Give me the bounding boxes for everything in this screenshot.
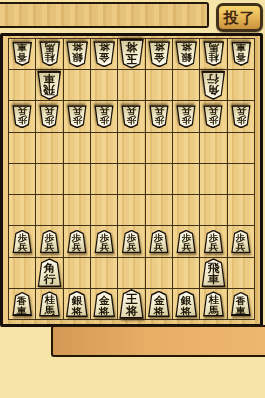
shogi-piece[interactable]: 香車 xyxy=(12,42,32,66)
piece-kanji: 車 xyxy=(208,274,220,285)
board-cell[interactable]: 香車 xyxy=(9,39,35,69)
board-cell[interactable] xyxy=(9,133,35,163)
piece-body: 香車 xyxy=(231,292,251,316)
shogi-piece[interactable]: 歩兵 xyxy=(176,230,196,253)
piece-kanji: 兵 xyxy=(127,243,137,252)
piece-kanji: 将 xyxy=(125,41,137,53)
board-cell[interactable] xyxy=(91,195,117,225)
piece-body: 金将 xyxy=(93,41,116,67)
piece-kanji: 馬 xyxy=(44,42,54,52)
board-cell[interactable] xyxy=(64,195,90,225)
shogi-piece[interactable]: 歩兵 xyxy=(39,230,59,253)
piece-face: 桂馬 xyxy=(204,43,223,65)
piece-kanji: 歩 xyxy=(209,115,219,124)
piece-face: 歩兵 xyxy=(178,231,195,251)
board-cell[interactable]: 銀将 xyxy=(173,289,199,319)
piece-body: 金将 xyxy=(148,291,171,317)
board-grid: 香車桂馬銀将金将玉将金将銀将桂馬香車飛車角行歩兵歩兵歩兵歩兵歩兵歩兵歩兵歩兵歩兵… xyxy=(8,38,255,320)
board-cell[interactable] xyxy=(91,164,117,194)
piece-kanji: 香 xyxy=(236,52,246,62)
piece-kanji: 銀 xyxy=(181,52,192,63)
piece-kanji: 兵 xyxy=(99,106,109,115)
board-cell[interactable] xyxy=(118,195,144,225)
piece-kanji: 飛 xyxy=(44,84,56,95)
shogi-piece[interactable]: 桂馬 xyxy=(39,41,61,66)
piece-face: 歩兵 xyxy=(68,106,85,126)
board-cell[interactable]: 角行 xyxy=(200,70,226,100)
piece-face: 香車 xyxy=(232,44,249,65)
piece-body: 歩兵 xyxy=(39,230,59,253)
board-cell[interactable] xyxy=(9,258,35,288)
piece-face: 歩兵 xyxy=(14,106,31,126)
piece-face: 歩兵 xyxy=(123,106,140,126)
board-cell[interactable]: 桂馬 xyxy=(200,39,226,69)
piece-body: 歩兵 xyxy=(67,230,87,253)
piece-kanji: 将 xyxy=(99,42,110,53)
board-cell[interactable]: 桂馬 xyxy=(200,289,226,319)
board-cell[interactable]: 玉将 xyxy=(118,39,144,69)
piece-face: 歩兵 xyxy=(41,231,58,251)
board-cell[interactable] xyxy=(36,195,62,225)
board-cell[interactable]: 歩兵 xyxy=(228,226,254,256)
piece-kanji: 兵 xyxy=(236,106,246,115)
piece-body: 歩兵 xyxy=(94,230,114,253)
board-cell[interactable]: 金将 xyxy=(146,39,172,69)
board-cell[interactable]: 歩兵 xyxy=(9,226,35,256)
piece-kanji: 将 xyxy=(181,42,192,53)
piece-body: 歩兵 xyxy=(231,105,251,128)
piece-face: 歩兵 xyxy=(232,231,249,251)
piece-body: 桂馬 xyxy=(39,291,61,316)
shogi-app: { "game": "shogi", "position": { "sfen":… xyxy=(0,0,265,398)
piece-face: 金将 xyxy=(94,42,114,65)
piece-kanji: 馬 xyxy=(208,42,218,52)
piece-kanji: 兵 xyxy=(17,243,27,252)
piece-face: 銀将 xyxy=(176,292,196,315)
piece-face: 玉将 xyxy=(120,41,142,68)
piece-kanji: 将 xyxy=(153,306,164,317)
piece-face: 飛車 xyxy=(203,260,225,286)
piece-face: 歩兵 xyxy=(96,106,113,126)
piece-face: 歩兵 xyxy=(205,231,222,251)
piece-body: 歩兵 xyxy=(67,105,87,128)
piece-kanji: 兵 xyxy=(181,106,191,115)
shogi-piece[interactable]: 銀将 xyxy=(66,291,89,317)
board-cell[interactable]: 桂馬 xyxy=(36,289,62,319)
board-cell[interactable]: 歩兵 xyxy=(146,226,172,256)
shogi-piece[interactable]: 角行 xyxy=(201,71,226,100)
shogi-piece[interactable]: 歩兵 xyxy=(39,105,59,128)
piece-body: 香車 xyxy=(12,292,32,316)
shogi-piece[interactable]: 飛車 xyxy=(201,258,226,287)
shogi-piece[interactable]: 歩兵 xyxy=(231,105,251,128)
board-cell[interactable] xyxy=(118,164,144,194)
board-cell[interactable] xyxy=(173,70,199,100)
piece-face: 歩兵 xyxy=(150,231,167,251)
piece-body: 桂馬 xyxy=(203,291,225,316)
piece-body: 歩兵 xyxy=(12,230,32,253)
shogi-piece[interactable]: 香車 xyxy=(231,42,251,66)
board-cell[interactable]: 金将 xyxy=(91,289,117,319)
piece-kanji: 兵 xyxy=(181,243,191,252)
board-cell[interactable] xyxy=(200,133,226,163)
piece-kanji: 将 xyxy=(71,42,82,53)
piece-kanji: 将 xyxy=(181,306,192,317)
piece-body: 歩兵 xyxy=(231,230,251,253)
piece-face: 王将 xyxy=(120,291,142,318)
board-cell[interactable] xyxy=(9,195,35,225)
piece-body: 角行 xyxy=(37,258,62,287)
board-cell[interactable] xyxy=(228,164,254,194)
shogi-piece[interactable]: 歩兵 xyxy=(67,105,87,128)
piece-face: 桂馬 xyxy=(40,293,59,315)
piece-face: 歩兵 xyxy=(150,106,167,126)
board-cell[interactable]: 歩兵 xyxy=(173,226,199,256)
piece-face: 香車 xyxy=(13,44,30,65)
piece-kanji: 兵 xyxy=(154,106,164,115)
piece-kanji: 金 xyxy=(99,52,110,63)
shogi-piece[interactable]: 歩兵 xyxy=(176,105,196,128)
piece-body: 玉将 xyxy=(119,39,144,69)
piece-face: 歩兵 xyxy=(232,106,249,126)
piece-face: 飛車 xyxy=(39,72,61,98)
shogi-piece[interactable]: 歩兵 xyxy=(149,105,169,128)
shogi-piece[interactable]: 歩兵 xyxy=(203,105,223,128)
board-cell[interactable] xyxy=(118,133,144,163)
piece-body: 香車 xyxy=(12,42,32,66)
piece-kanji: 金 xyxy=(153,52,164,63)
piece-face: 銀将 xyxy=(176,42,196,65)
piece-kanji: 角 xyxy=(208,84,220,95)
piece-face: 歩兵 xyxy=(41,106,58,126)
piece-kanji: 玉 xyxy=(125,52,137,64)
piece-body: 桂馬 xyxy=(39,41,61,66)
board-cell[interactable]: 歩兵 xyxy=(173,101,199,131)
piece-kanji: 馬 xyxy=(208,306,218,316)
gote-piece-stand[interactable] xyxy=(0,2,209,28)
piece-body: 桂馬 xyxy=(203,41,225,66)
piece-body: 歩兵 xyxy=(121,230,141,253)
shogi-piece[interactable]: 歩兵 xyxy=(94,230,114,253)
shogi-piece[interactable]: 金将 xyxy=(93,41,116,67)
piece-kanji: 兵 xyxy=(154,243,164,252)
piece-body: 歩兵 xyxy=(203,105,223,128)
board-cell[interactable]: 歩兵 xyxy=(36,101,62,131)
board-cell[interactable] xyxy=(91,70,117,100)
board-cell[interactable] xyxy=(146,164,172,194)
board-cell[interactable]: 歩兵 xyxy=(118,101,144,131)
piece-face: 桂馬 xyxy=(40,43,59,65)
board-cell[interactable] xyxy=(173,164,199,194)
board-cell[interactable]: 歩兵 xyxy=(118,226,144,256)
piece-face: 銀将 xyxy=(67,292,87,315)
sente-piece-stand[interactable] xyxy=(51,325,265,357)
board-cell[interactable]: 歩兵 xyxy=(200,101,226,131)
piece-face: 歩兵 xyxy=(178,106,195,126)
piece-kanji: 歩 xyxy=(45,115,55,124)
piece-kanji: 兵 xyxy=(209,106,219,115)
piece-body: 歩兵 xyxy=(121,105,141,128)
board-cell[interactable]: 銀将 xyxy=(64,289,90,319)
board-cell[interactable] xyxy=(173,133,199,163)
shogi-piece[interactable]: 歩兵 xyxy=(121,105,141,128)
board-cell[interactable]: 香車 xyxy=(228,39,254,69)
board-cell[interactable] xyxy=(228,133,254,163)
piece-body: 銀将 xyxy=(175,41,198,67)
piece-kanji: 行 xyxy=(44,274,56,285)
piece-body: 香車 xyxy=(231,42,251,66)
resign-button[interactable]: 投了 xyxy=(216,3,263,32)
shogi-piece[interactable]: 金将 xyxy=(93,291,116,317)
piece-kanji: 兵 xyxy=(17,106,27,115)
board-cell[interactable]: 歩兵 xyxy=(228,101,254,131)
piece-face: 角行 xyxy=(203,72,225,98)
board-cell[interactable] xyxy=(228,195,254,225)
board-cell[interactable]: 銀将 xyxy=(64,39,90,69)
shogi-piece[interactable]: 飛車 xyxy=(37,71,62,100)
shogi-piece[interactable]: 歩兵 xyxy=(203,230,223,253)
board-cell[interactable] xyxy=(9,164,35,194)
piece-kanji: 兵 xyxy=(209,243,219,252)
piece-body: 金将 xyxy=(93,291,116,317)
board-cell[interactable]: 歩兵 xyxy=(91,101,117,131)
piece-kanji: 歩 xyxy=(72,115,82,124)
board-cell[interactable] xyxy=(173,195,199,225)
shogi-piece[interactable]: 王将 xyxy=(119,289,144,319)
board-cell[interactable]: 歩兵 xyxy=(146,101,172,131)
piece-kanji: 兵 xyxy=(99,243,109,252)
shogi-piece[interactable]: 歩兵 xyxy=(121,230,141,253)
board-cell[interactable]: 金将 xyxy=(91,39,117,69)
board-cell[interactable] xyxy=(200,195,226,225)
shogi-piece[interactable]: 金将 xyxy=(148,41,171,67)
piece-kanji: 将 xyxy=(71,306,82,317)
piece-kanji: 兵 xyxy=(45,106,55,115)
piece-kanji: 兵 xyxy=(127,106,137,115)
board-cell[interactable] xyxy=(146,70,172,100)
board-cell[interactable] xyxy=(118,258,144,288)
shogi-piece[interactable]: 歩兵 xyxy=(94,105,114,128)
board-cell[interactable]: 飛車 xyxy=(36,70,62,100)
piece-kanji: 歩 xyxy=(154,115,164,124)
piece-body: 銀将 xyxy=(175,291,198,317)
piece-face: 金将 xyxy=(149,42,169,65)
board-cell[interactable]: 角行 xyxy=(36,258,62,288)
piece-kanji: 歩 xyxy=(181,115,191,124)
piece-kanji: 桂 xyxy=(208,52,218,62)
piece-kanji: 歩 xyxy=(17,115,27,124)
shogi-piece[interactable]: 歩兵 xyxy=(12,230,32,253)
piece-kanji: 銀 xyxy=(71,52,82,63)
piece-body: 歩兵 xyxy=(203,230,223,253)
piece-body: 王将 xyxy=(119,289,144,319)
piece-body: 歩兵 xyxy=(12,105,32,128)
piece-body: 金将 xyxy=(148,41,171,67)
shogi-piece[interactable]: 金将 xyxy=(148,291,171,317)
board-cell[interactable] xyxy=(9,70,35,100)
shogi-piece[interactable]: 香車 xyxy=(12,292,32,316)
board-cell[interactable] xyxy=(228,258,254,288)
piece-kanji: 車 xyxy=(17,306,27,316)
piece-face: 金将 xyxy=(94,292,114,315)
shogi-piece[interactable]: 銀将 xyxy=(66,41,89,67)
board-cell[interactable] xyxy=(200,164,226,194)
piece-body: 角行 xyxy=(201,71,226,100)
board-cell[interactable] xyxy=(228,70,254,100)
piece-body: 飛車 xyxy=(201,258,226,287)
board-cell[interactable] xyxy=(91,258,117,288)
piece-face: 歩兵 xyxy=(14,231,31,251)
piece-face: 歩兵 xyxy=(96,231,113,251)
piece-kanji: 兵 xyxy=(45,243,55,252)
board-cell[interactable] xyxy=(118,70,144,100)
piece-face: 香車 xyxy=(232,293,249,314)
board-cell[interactable] xyxy=(91,133,117,163)
piece-kanji: 将 xyxy=(99,306,110,317)
board-cell[interactable]: 歩兵 xyxy=(9,101,35,131)
board-cell[interactable] xyxy=(173,258,199,288)
board-cell[interactable] xyxy=(64,164,90,194)
board-cell[interactable] xyxy=(64,133,90,163)
piece-kanji: 兵 xyxy=(72,243,82,252)
shogi-piece[interactable]: 角行 xyxy=(37,258,62,287)
piece-kanji: 歩 xyxy=(236,115,246,124)
shogi-piece[interactable]: 歩兵 xyxy=(149,230,169,253)
shogi-piece[interactable]: 歩兵 xyxy=(67,230,87,253)
board-cell[interactable] xyxy=(36,133,62,163)
piece-face: 香車 xyxy=(13,293,30,314)
piece-body: 歩兵 xyxy=(176,105,196,128)
piece-kanji: 将 xyxy=(153,42,164,53)
shogi-piece[interactable]: 玉将 xyxy=(119,39,144,69)
piece-body: 銀将 xyxy=(66,291,89,317)
board-cell[interactable] xyxy=(146,133,172,163)
board-cell[interactable]: 歩兵 xyxy=(91,226,117,256)
shogi-board: 香車桂馬銀将金将玉将金将銀将桂馬香車飛車角行歩兵歩兵歩兵歩兵歩兵歩兵歩兵歩兵歩兵… xyxy=(0,33,263,327)
shogi-piece[interactable]: 桂馬 xyxy=(39,291,61,316)
piece-face: 歩兵 xyxy=(123,231,140,251)
piece-kanji: 車 xyxy=(236,43,246,53)
shogi-piece[interactable]: 銀将 xyxy=(175,291,198,317)
piece-kanji: 桂 xyxy=(44,52,54,62)
board-cell[interactable]: 桂馬 xyxy=(36,39,62,69)
board-cell[interactable]: 金将 xyxy=(146,289,172,319)
piece-kanji: 行 xyxy=(208,72,220,83)
board-cell[interactable]: 香車 xyxy=(228,289,254,319)
piece-kanji: 歩 xyxy=(99,115,109,124)
shogi-piece[interactable]: 銀将 xyxy=(175,41,198,67)
piece-kanji: 歩 xyxy=(127,115,137,124)
shogi-piece[interactable]: 香車 xyxy=(231,292,251,316)
piece-face: 歩兵 xyxy=(68,231,85,251)
board-cell[interactable] xyxy=(36,164,62,194)
piece-kanji: 兵 xyxy=(236,243,246,252)
board-cell[interactable]: 歩兵 xyxy=(200,226,226,256)
board-cell[interactable] xyxy=(146,258,172,288)
board-cell[interactable]: 歩兵 xyxy=(64,101,90,131)
piece-face: 歩兵 xyxy=(205,106,222,126)
piece-kanji: 車 xyxy=(236,306,246,316)
piece-face: 桂馬 xyxy=(204,293,223,315)
piece-body: 歩兵 xyxy=(176,230,196,253)
board-cell[interactable]: 歩兵 xyxy=(36,226,62,256)
piece-kanji: 車 xyxy=(17,43,27,53)
piece-face: 角行 xyxy=(39,260,61,286)
piece-kanji: 車 xyxy=(44,72,56,83)
board-cell[interactable]: 香車 xyxy=(9,289,35,319)
board-cell[interactable] xyxy=(64,70,90,100)
shogi-piece[interactable]: 桂馬 xyxy=(203,41,225,66)
shogi-piece[interactable]: 歩兵 xyxy=(12,105,32,128)
piece-body: 歩兵 xyxy=(39,105,59,128)
piece-body: 歩兵 xyxy=(149,230,169,253)
board-cell[interactable]: 銀将 xyxy=(173,39,199,69)
shogi-piece[interactable]: 桂馬 xyxy=(203,291,225,316)
piece-body: 歩兵 xyxy=(149,105,169,128)
board-cell[interactable] xyxy=(146,195,172,225)
piece-kanji: 香 xyxy=(17,52,27,62)
piece-face: 金将 xyxy=(149,292,169,315)
piece-body: 歩兵 xyxy=(94,105,114,128)
piece-kanji: 馬 xyxy=(44,306,54,316)
piece-body: 銀将 xyxy=(66,41,89,67)
board-cell[interactable]: 飛車 xyxy=(200,258,226,288)
shogi-piece[interactable]: 歩兵 xyxy=(231,230,251,253)
piece-kanji: 兵 xyxy=(72,106,82,115)
piece-kanji: 将 xyxy=(125,306,137,318)
piece-body: 飛車 xyxy=(37,71,62,100)
board-cell[interactable] xyxy=(64,258,90,288)
piece-face: 銀将 xyxy=(67,42,87,65)
board-cell[interactable]: 歩兵 xyxy=(64,226,90,256)
board-cell[interactable]: 王将 xyxy=(118,289,144,319)
